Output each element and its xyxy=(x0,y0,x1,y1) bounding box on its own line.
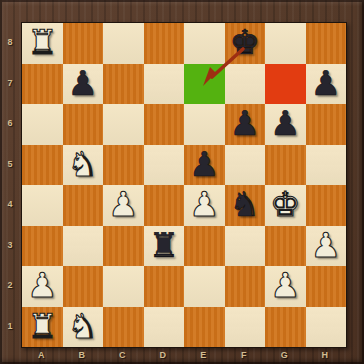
square-a6[interactable] xyxy=(22,104,63,145)
square-e6[interactable] xyxy=(184,104,225,145)
rank-label-6: 6 xyxy=(0,103,20,144)
rank-label-3: 3 xyxy=(0,225,20,266)
square-f3[interactable] xyxy=(225,226,266,267)
square-f5[interactable] xyxy=(225,145,266,186)
rank-label-8: 8 xyxy=(0,22,20,63)
square-c3[interactable] xyxy=(103,226,144,267)
piece-black-pawn[interactable]: ♟ xyxy=(68,63,98,104)
square-g3[interactable] xyxy=(265,226,306,267)
square-c2[interactable] xyxy=(103,266,144,307)
square-e5[interactable]: ♟ xyxy=(184,145,225,186)
piece-white-pawn[interactable]: ♟ xyxy=(189,184,219,225)
square-a1[interactable]: ♜ xyxy=(22,307,63,348)
square-g6[interactable]: ♟ xyxy=(265,104,306,145)
square-f4[interactable]: ♞ xyxy=(225,185,266,226)
square-e1[interactable] xyxy=(184,307,225,348)
square-a5[interactable] xyxy=(22,145,63,186)
file-label-c: C xyxy=(102,345,143,364)
square-e4[interactable]: ♟ xyxy=(184,185,225,226)
piece-white-pawn[interactable]: ♟ xyxy=(108,184,138,225)
square-f1[interactable] xyxy=(225,307,266,348)
square-e3[interactable] xyxy=(184,226,225,267)
file-label-b: B xyxy=(62,345,103,364)
piece-white-rook[interactable]: ♜ xyxy=(27,306,57,347)
file-label-a: A xyxy=(21,345,62,364)
square-h6[interactable] xyxy=(306,104,347,145)
square-f8[interactable]: ♚ xyxy=(225,23,266,64)
file-label-h: H xyxy=(305,345,346,364)
piece-white-king[interactable]: ♚ xyxy=(270,184,300,225)
square-a2[interactable]: ♟ xyxy=(22,266,63,307)
square-c8[interactable] xyxy=(103,23,144,64)
square-f6[interactable]: ♟ xyxy=(225,104,266,145)
rank-label-2: 2 xyxy=(0,265,20,306)
rank-label-7: 7 xyxy=(0,63,20,104)
rank-label-1: 1 xyxy=(0,306,20,347)
piece-black-king[interactable]: ♚ xyxy=(230,22,260,63)
piece-white-pawn[interactable]: ♟ xyxy=(311,225,341,266)
square-g7[interactable] xyxy=(265,64,306,105)
square-c4[interactable]: ♟ xyxy=(103,185,144,226)
file-label-d: D xyxy=(143,345,184,364)
square-g8[interactable] xyxy=(265,23,306,64)
square-b1[interactable]: ♞ xyxy=(63,307,104,348)
square-b5[interactable]: ♞ xyxy=(63,145,104,186)
square-b7[interactable]: ♟ xyxy=(63,64,104,105)
square-e7[interactable] xyxy=(184,64,225,105)
piece-white-pawn[interactable]: ♟ xyxy=(270,265,300,306)
square-f7[interactable] xyxy=(225,64,266,105)
square-a3[interactable] xyxy=(22,226,63,267)
piece-white-rook[interactable]: ♜ xyxy=(27,22,57,63)
square-d6[interactable] xyxy=(144,104,185,145)
square-a7[interactable] xyxy=(22,64,63,105)
square-d8[interactable] xyxy=(144,23,185,64)
square-g5[interactable] xyxy=(265,145,306,186)
square-d7[interactable] xyxy=(144,64,185,105)
rank-label-4: 4 xyxy=(0,184,20,225)
square-c7[interactable] xyxy=(103,64,144,105)
square-b2[interactable] xyxy=(63,266,104,307)
square-g2[interactable]: ♟ xyxy=(265,266,306,307)
square-d1[interactable] xyxy=(144,307,185,348)
square-b3[interactable] xyxy=(63,226,104,267)
square-c1[interactable] xyxy=(103,307,144,348)
piece-white-pawn[interactable]: ♟ xyxy=(27,265,57,306)
square-d2[interactable] xyxy=(144,266,185,307)
square-e2[interactable] xyxy=(184,266,225,307)
square-h3[interactable]: ♟ xyxy=(306,226,347,267)
file-label-g: G xyxy=(264,345,305,364)
square-h4[interactable] xyxy=(306,185,347,226)
square-a8[interactable]: ♜ xyxy=(22,23,63,64)
square-b6[interactable] xyxy=(63,104,104,145)
square-g4[interactable]: ♚ xyxy=(265,185,306,226)
piece-black-knight[interactable]: ♞ xyxy=(230,184,260,225)
square-h2[interactable] xyxy=(306,266,347,307)
square-f2[interactable] xyxy=(225,266,266,307)
square-h8[interactable] xyxy=(306,23,347,64)
square-d3[interactable]: ♜ xyxy=(144,226,185,267)
piece-black-pawn[interactable]: ♟ xyxy=(230,103,260,144)
file-label-f: F xyxy=(224,345,265,364)
piece-white-knight[interactable]: ♞ xyxy=(68,144,98,185)
square-c5[interactable] xyxy=(103,145,144,186)
square-b4[interactable] xyxy=(63,185,104,226)
square-h5[interactable] xyxy=(306,145,347,186)
square-g1[interactable] xyxy=(265,307,306,348)
square-h1[interactable] xyxy=(306,307,347,348)
piece-white-knight[interactable]: ♞ xyxy=(68,306,98,347)
square-c6[interactable] xyxy=(103,104,144,145)
square-e8[interactable] xyxy=(184,23,225,64)
square-a4[interactable] xyxy=(22,185,63,226)
board-frame: ♜♚♟♟♟♟♞♟♟♟♞♚♜♟♟♟♜♞ 87654321 ABCDEFGH xyxy=(0,0,364,364)
square-h7[interactable]: ♟ xyxy=(306,64,347,105)
piece-black-pawn[interactable]: ♟ xyxy=(189,144,219,185)
square-d5[interactable] xyxy=(144,145,185,186)
chess-board[interactable]: ♜♚♟♟♟♟♞♟♟♟♞♚♜♟♟♟♜♞ xyxy=(21,22,347,348)
square-d4[interactable] xyxy=(144,185,185,226)
file-label-e: E xyxy=(183,345,224,364)
piece-black-pawn[interactable]: ♟ xyxy=(270,103,300,144)
piece-black-pawn[interactable]: ♟ xyxy=(311,63,341,104)
piece-black-rook[interactable]: ♜ xyxy=(149,225,179,266)
rank-label-5: 5 xyxy=(0,144,20,185)
square-b8[interactable] xyxy=(63,23,104,64)
